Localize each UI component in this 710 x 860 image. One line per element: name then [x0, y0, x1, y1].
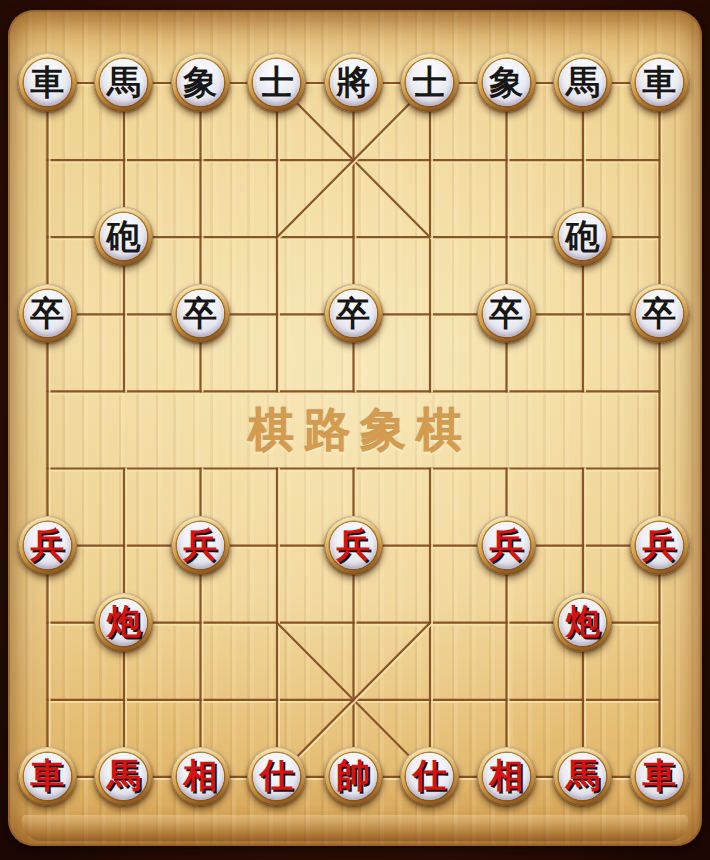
piece-glyph: 相	[489, 758, 523, 792]
piece-black-soldier[interactable]: 卒	[171, 284, 230, 343]
piece-red-cannon[interactable]: 炮	[94, 593, 153, 652]
piece-black-general[interactable]: 將	[324, 53, 383, 112]
piece-glyph: 炮	[566, 604, 600, 638]
piece-black-cannon[interactable]: 砲	[553, 207, 612, 266]
piece-glyph: 士	[260, 65, 294, 99]
piece-black-chariot[interactable]: 車	[18, 53, 77, 112]
piece-glyph: 仕	[413, 758, 447, 792]
piece-glyph: 車	[642, 758, 676, 792]
piece-black-horse[interactable]: 馬	[553, 53, 612, 112]
piece-glyph: 相	[183, 758, 217, 792]
piece-black-soldier[interactable]: 卒	[630, 284, 689, 343]
piece-red-advisor[interactable]: 仕	[247, 747, 306, 806]
piece-glyph: 將	[336, 65, 370, 99]
piece-black-advisor[interactable]: 士	[400, 53, 459, 112]
piece-red-elephant[interactable]: 相	[171, 747, 230, 806]
piece-glyph: 卒	[642, 296, 676, 330]
piece-black-elephant[interactable]: 象	[477, 53, 536, 112]
piece-glyph: 仕	[260, 758, 294, 792]
piece-glyph: 象	[183, 65, 217, 99]
piece-glyph: 卒	[336, 296, 370, 330]
piece-red-horse[interactable]: 馬	[94, 747, 153, 806]
board-grid[interactable]: 車馬象士將士象馬車砲砲卒卒卒卒卒兵兵兵兵兵炮炮車馬相仕帥仕相馬車	[9, 44, 698, 815]
piece-black-horse[interactable]: 馬	[94, 53, 153, 112]
piece-glyph: 砲	[107, 219, 141, 253]
piece-glyph: 兵	[642, 527, 676, 561]
piece-red-soldier[interactable]: 兵	[171, 516, 230, 575]
piece-glyph: 兵	[336, 527, 370, 561]
piece-glyph: 兵	[489, 527, 523, 561]
piece-red-chariot[interactable]: 車	[630, 747, 689, 806]
piece-red-soldier[interactable]: 兵	[324, 516, 383, 575]
piece-glyph: 砲	[566, 219, 600, 253]
piece-black-soldier[interactable]: 卒	[18, 284, 77, 343]
piece-black-elephant[interactable]: 象	[171, 53, 230, 112]
xiangqi-app: 棋路象棋 車馬象士將士象馬車砲砲卒卒卒卒卒兵兵兵兵兵炮炮車馬相仕帥仕相馬車	[0, 0, 710, 860]
piece-black-cannon[interactable]: 砲	[94, 207, 153, 266]
piece-glyph: 兵	[30, 527, 64, 561]
piece-red-soldier[interactable]: 兵	[18, 516, 77, 575]
piece-red-soldier[interactable]: 兵	[477, 516, 536, 575]
piece-black-soldier[interactable]: 卒	[324, 284, 383, 343]
piece-black-soldier[interactable]: 卒	[477, 284, 536, 343]
piece-black-chariot[interactable]: 車	[630, 53, 689, 112]
piece-glyph: 馬	[566, 758, 600, 792]
piece-red-elephant[interactable]: 相	[477, 747, 536, 806]
piece-black-advisor[interactable]: 士	[247, 53, 306, 112]
piece-red-advisor[interactable]: 仕	[400, 747, 459, 806]
piece-glyph: 車	[642, 65, 676, 99]
piece-glyph: 卒	[489, 296, 523, 330]
piece-glyph: 車	[30, 758, 64, 792]
piece-glyph: 車	[30, 65, 64, 99]
piece-red-chariot[interactable]: 車	[18, 747, 77, 806]
piece-glyph: 象	[489, 65, 523, 99]
piece-glyph: 士	[413, 65, 447, 99]
piece-red-cannon[interactable]: 炮	[553, 593, 612, 652]
piece-glyph: 馬	[566, 65, 600, 99]
piece-glyph: 炮	[107, 604, 141, 638]
piece-glyph: 馬	[107, 65, 141, 99]
piece-red-horse[interactable]: 馬	[553, 747, 612, 806]
piece-red-general[interactable]: 帥	[324, 747, 383, 806]
piece-glyph: 卒	[30, 296, 64, 330]
piece-glyph: 馬	[107, 758, 141, 792]
piece-glyph: 卒	[183, 296, 217, 330]
piece-glyph: 兵	[183, 527, 217, 561]
piece-glyph: 帥	[336, 758, 370, 792]
piece-red-soldier[interactable]: 兵	[630, 516, 689, 575]
